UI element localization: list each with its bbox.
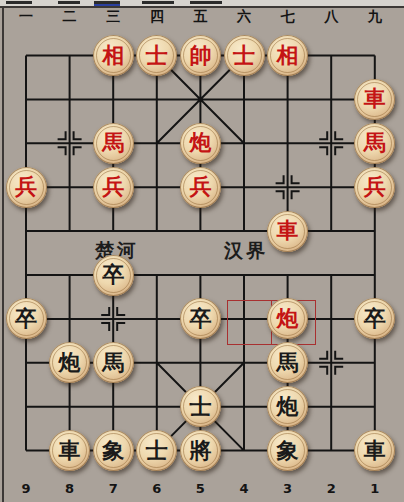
- file-label-bottom-9: 9: [16, 481, 36, 496]
- piece-character: 卒: [364, 308, 386, 330]
- piece-red-r0c5[interactable]: 帥: [180, 35, 221, 76]
- piece-character: 士: [189, 396, 211, 418]
- piece-red-r0c6[interactable]: 士: [224, 35, 265, 76]
- piece-character: 馬: [364, 132, 386, 154]
- file-label-bottom-5: 5: [190, 481, 210, 496]
- piece-character: 相: [102, 45, 124, 67]
- piece-black-r5c3[interactable]: 卒: [93, 255, 134, 296]
- file-label-bottom-6: 6: [147, 481, 167, 496]
- river-label-han: 汉界: [224, 238, 268, 264]
- piece-red-r0c7[interactable]: 相: [267, 35, 308, 76]
- piece-character: 象: [277, 440, 299, 462]
- piece-character: 炮: [189, 132, 211, 154]
- piece-red-r0c3[interactable]: 相: [93, 35, 134, 76]
- piece-character: 相: [277, 45, 299, 67]
- piece-character: 馬: [102, 132, 124, 154]
- xiangqi-app-window: 一二三四五六七八九 楚河 汉界 相士帥士相車馬炮馬兵兵兵兵車卒卒卒炮卒炮馬馬士炮…: [0, 0, 404, 502]
- piece-black-r9c7[interactable]: 象: [267, 430, 308, 471]
- piece-red-r3c5[interactable]: 兵: [180, 167, 221, 208]
- piece-character: 兵: [189, 176, 211, 198]
- piece-red-r2c5[interactable]: 炮: [180, 123, 221, 164]
- file-label-bottom-3: 3: [278, 481, 298, 496]
- piece-character: 炮: [277, 396, 299, 418]
- piece-character: 炮: [277, 308, 299, 330]
- piece-character: 車: [364, 440, 386, 462]
- piece-character: 象: [102, 440, 124, 462]
- piece-red-r3c3[interactable]: 兵: [93, 167, 134, 208]
- piece-character: 馬: [102, 352, 124, 374]
- piece-character: 兵: [364, 176, 386, 198]
- piece-red-r1c9[interactable]: 車: [354, 79, 395, 120]
- piece-character: 帥: [189, 45, 211, 67]
- file-label-bottom-4: 4: [234, 481, 254, 496]
- piece-character: 兵: [15, 176, 37, 198]
- piece-character: 卒: [189, 308, 211, 330]
- piece-character: 兵: [102, 176, 124, 198]
- piece-black-r6c1[interactable]: 卒: [6, 298, 47, 339]
- file-label-bottom-8: 8: [60, 481, 80, 496]
- file-label-bottom-7: 7: [103, 481, 123, 496]
- piece-black-r9c2[interactable]: 車: [49, 430, 90, 471]
- piece-black-r8c7[interactable]: 炮: [267, 386, 308, 427]
- piece-character: 卒: [102, 264, 124, 286]
- piece-red-r3c9[interactable]: 兵: [354, 167, 395, 208]
- piece-red-r2c3[interactable]: 馬: [93, 123, 134, 164]
- piece-black-r6c5[interactable]: 卒: [180, 298, 221, 339]
- piece-character: 士: [146, 45, 168, 67]
- piece-character: 士: [146, 440, 168, 462]
- piece-character: 士: [233, 45, 255, 67]
- piece-character: 卒: [15, 308, 37, 330]
- piece-character: 車: [277, 220, 299, 242]
- piece-red-r0c4[interactable]: 士: [136, 35, 177, 76]
- file-label-bottom-2: 2: [321, 481, 341, 496]
- piece-character: 車: [59, 440, 81, 462]
- piece-red-r3c1[interactable]: 兵: [6, 167, 47, 208]
- piece-character: 炮: [59, 352, 81, 374]
- file-label-bottom-1: 1: [365, 481, 385, 496]
- piece-black-r7c3[interactable]: 馬: [93, 342, 134, 383]
- piece-character: 車: [364, 88, 386, 110]
- piece-black-r9c5[interactable]: 將: [180, 430, 221, 471]
- piece-red-r4c7[interactable]: 車: [267, 211, 308, 252]
- piece-character: 將: [189, 440, 211, 462]
- piece-red-r2c9[interactable]: 馬: [354, 123, 395, 164]
- piece-character: 馬: [277, 352, 299, 374]
- piece-black-r9c3[interactable]: 象: [93, 430, 134, 471]
- piece-black-r8c5[interactable]: 士: [180, 386, 221, 427]
- highlight-cell: [227, 300, 272, 345]
